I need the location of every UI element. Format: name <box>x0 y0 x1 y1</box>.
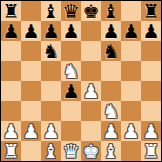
square-a3[interactable] <box>1 101 21 121</box>
square-c8[interactable]: ♝ <box>41 1 61 21</box>
piece-white-knight[interactable]: ♞ <box>62 61 79 81</box>
square-c2[interactable]: ♟ <box>41 121 61 141</box>
piece-white-pawn[interactable]: ♟ <box>142 121 159 141</box>
square-h8[interactable]: ♜ <box>141 1 161 21</box>
square-a2[interactable]: ♟ <box>1 121 21 141</box>
square-g7[interactable]: ♟ <box>121 21 141 41</box>
square-c6[interactable]: ♞ <box>41 41 61 61</box>
square-d2[interactable] <box>61 121 81 141</box>
square-a8[interactable]: ♜ <box>1 1 21 21</box>
square-c5[interactable] <box>41 61 61 81</box>
piece-white-bishop[interactable]: ♝ <box>42 141 59 161</box>
square-e8[interactable]: ♚ <box>81 1 101 21</box>
square-d6[interactable] <box>61 41 81 61</box>
piece-black-pawn[interactable]: ♟ <box>122 21 139 41</box>
piece-black-pawn[interactable]: ♟ <box>22 21 39 41</box>
square-b6[interactable] <box>21 41 41 61</box>
piece-white-pawn[interactable]: ♟ <box>22 121 39 141</box>
square-f1[interactable]: ♝ <box>101 141 121 161</box>
square-f4[interactable] <box>101 81 121 101</box>
square-h2[interactable]: ♟ <box>141 121 161 141</box>
piece-white-bishop[interactable]: ♝ <box>102 141 119 161</box>
square-e5[interactable] <box>81 61 101 81</box>
square-c4[interactable] <box>41 81 61 101</box>
piece-black-bishop[interactable]: ♝ <box>42 1 59 21</box>
square-f5[interactable] <box>101 61 121 81</box>
square-d5[interactable]: ♞ <box>61 61 81 81</box>
square-a6[interactable] <box>1 41 21 61</box>
square-a7[interactable]: ♟ <box>1 21 21 41</box>
square-e6[interactable] <box>81 41 101 61</box>
piece-white-rook[interactable]: ♜ <box>2 141 19 161</box>
square-c7[interactable]: ♟ <box>41 21 61 41</box>
square-e1[interactable]: ♚ <box>81 141 101 161</box>
square-h3[interactable] <box>141 101 161 121</box>
square-g3[interactable] <box>121 101 141 121</box>
chess-board: ♜♝♛♚♝♜♟♟♟♟♟♟♟♞♞♞♟♟♞♟♟♟♟♟♟♜♝♛♚♝♜ <box>0 0 162 162</box>
square-d3[interactable] <box>61 101 81 121</box>
square-b4[interactable] <box>21 81 41 101</box>
square-g6[interactable] <box>121 41 141 61</box>
square-d1[interactable]: ♛ <box>61 141 81 161</box>
piece-white-pawn[interactable]: ♟ <box>102 121 119 141</box>
square-h6[interactable] <box>141 41 161 61</box>
square-h4[interactable] <box>141 81 161 101</box>
square-h1[interactable]: ♜ <box>141 141 161 161</box>
square-b8[interactable] <box>21 1 41 21</box>
piece-white-knight[interactable]: ♞ <box>102 101 119 121</box>
piece-white-king[interactable]: ♚ <box>82 141 99 161</box>
piece-white-pawn[interactable]: ♟ <box>82 81 99 101</box>
square-b7[interactable]: ♟ <box>21 21 41 41</box>
piece-black-knight[interactable]: ♞ <box>102 41 119 61</box>
square-f7[interactable]: ♟ <box>101 21 121 41</box>
square-f2[interactable]: ♟ <box>101 121 121 141</box>
square-b5[interactable] <box>21 61 41 81</box>
square-f6[interactable]: ♞ <box>101 41 121 61</box>
square-d4[interactable]: ♟ <box>61 81 81 101</box>
piece-black-pawn[interactable]: ♟ <box>102 21 119 41</box>
square-e4[interactable]: ♟ <box>81 81 101 101</box>
piece-black-queen[interactable]: ♛ <box>62 1 79 21</box>
piece-black-king[interactable]: ♚ <box>82 1 99 21</box>
square-a4[interactable] <box>1 81 21 101</box>
square-h5[interactable] <box>141 61 161 81</box>
square-g8[interactable] <box>121 1 141 21</box>
piece-white-pawn[interactable]: ♟ <box>122 121 139 141</box>
square-g2[interactable]: ♟ <box>121 121 141 141</box>
piece-black-bishop[interactable]: ♝ <box>102 1 119 21</box>
piece-black-pawn[interactable]: ♟ <box>62 21 79 41</box>
piece-black-pawn[interactable]: ♟ <box>2 21 19 41</box>
square-g5[interactable] <box>121 61 141 81</box>
square-b2[interactable]: ♟ <box>21 121 41 141</box>
square-e3[interactable] <box>81 101 101 121</box>
piece-black-pawn[interactable]: ♟ <box>62 81 79 101</box>
square-e2[interactable] <box>81 121 101 141</box>
square-c1[interactable]: ♝ <box>41 141 61 161</box>
piece-white-queen[interactable]: ♛ <box>62 141 79 161</box>
square-d8[interactable]: ♛ <box>61 1 81 21</box>
square-b1[interactable] <box>21 141 41 161</box>
square-f3[interactable]: ♞ <box>101 101 121 121</box>
piece-white-pawn[interactable]: ♟ <box>2 121 19 141</box>
square-d7[interactable]: ♟ <box>61 21 81 41</box>
piece-black-rook[interactable]: ♜ <box>142 1 159 21</box>
square-h7[interactable]: ♟ <box>141 21 161 41</box>
square-c3[interactable] <box>41 101 61 121</box>
piece-black-pawn[interactable]: ♟ <box>142 21 159 41</box>
square-e7[interactable] <box>81 21 101 41</box>
square-a5[interactable] <box>1 61 21 81</box>
square-a1[interactable]: ♜ <box>1 141 21 161</box>
square-f8[interactable]: ♝ <box>101 1 121 21</box>
piece-white-pawn[interactable]: ♟ <box>42 121 59 141</box>
chess-board-window: ♜♝♛♚♝♜♟♟♟♟♟♟♟♞♞♞♟♟♞♟♟♟♟♟♟♜♝♛♚♝♜ <box>0 0 162 162</box>
square-b3[interactable] <box>21 101 41 121</box>
piece-black-rook[interactable]: ♜ <box>2 1 19 21</box>
piece-black-pawn[interactable]: ♟ <box>42 21 59 41</box>
square-g1[interactable] <box>121 141 141 161</box>
square-g4[interactable] <box>121 81 141 101</box>
piece-black-knight[interactable]: ♞ <box>42 41 59 61</box>
piece-white-rook[interactable]: ♜ <box>142 141 159 161</box>
